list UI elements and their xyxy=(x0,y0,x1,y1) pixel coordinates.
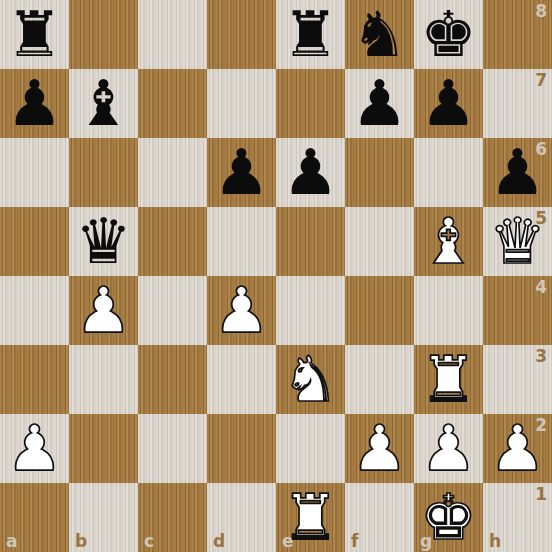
file-label-d: d xyxy=(213,531,225,551)
black-bishop[interactable]: ♝ xyxy=(75,69,131,138)
white-king[interactable]: ♚ xyxy=(420,483,476,552)
square-g5[interactable]: ♝ xyxy=(414,207,483,276)
square-b7[interactable]: ♝ xyxy=(69,69,138,138)
white-knight[interactable]: ♞ xyxy=(282,345,338,414)
square-g8[interactable]: ♚ xyxy=(414,0,483,69)
black-pawn[interactable]: ♟ xyxy=(351,69,407,138)
square-h8[interactable]: 8 xyxy=(483,0,552,69)
square-h4[interactable]: 4 xyxy=(483,276,552,345)
square-a4[interactable] xyxy=(0,276,69,345)
rank-label-7: 7 xyxy=(535,70,547,90)
square-d3[interactable] xyxy=(207,345,276,414)
square-e4[interactable] xyxy=(276,276,345,345)
square-f6[interactable] xyxy=(345,138,414,207)
square-d5[interactable] xyxy=(207,207,276,276)
black-king[interactable]: ♚ xyxy=(420,0,476,69)
square-e5[interactable] xyxy=(276,207,345,276)
white-rook[interactable]: ♜ xyxy=(282,483,338,552)
square-d2[interactable] xyxy=(207,414,276,483)
square-b8[interactable] xyxy=(69,0,138,69)
file-label-h: h xyxy=(489,531,501,551)
square-c4[interactable] xyxy=(138,276,207,345)
square-b4[interactable]: ♟ xyxy=(69,276,138,345)
square-a5[interactable] xyxy=(0,207,69,276)
square-b2[interactable] xyxy=(69,414,138,483)
white-pawn[interactable]: ♟ xyxy=(489,414,545,483)
file-label-b: b xyxy=(75,531,87,551)
square-h1[interactable]: 1h xyxy=(483,483,552,552)
rank-label-1: 1 xyxy=(535,484,547,504)
white-pawn[interactable]: ♟ xyxy=(351,414,407,483)
rank-label-4: 4 xyxy=(535,277,547,297)
square-g2[interactable]: ♟ xyxy=(414,414,483,483)
square-f7[interactable]: ♟ xyxy=(345,69,414,138)
square-h7[interactable]: 7 xyxy=(483,69,552,138)
square-c2[interactable] xyxy=(138,414,207,483)
white-rook[interactable]: ♜ xyxy=(420,345,476,414)
square-c3[interactable] xyxy=(138,345,207,414)
square-a2[interactable]: ♟ xyxy=(0,414,69,483)
square-h3[interactable]: 3 xyxy=(483,345,552,414)
black-pawn[interactable]: ♟ xyxy=(6,69,62,138)
white-pawn[interactable]: ♟ xyxy=(6,414,62,483)
black-rook[interactable]: ♜ xyxy=(282,0,338,69)
square-h6[interactable]: 6♟ xyxy=(483,138,552,207)
square-f5[interactable] xyxy=(345,207,414,276)
square-e6[interactable]: ♟ xyxy=(276,138,345,207)
square-a7[interactable]: ♟ xyxy=(0,69,69,138)
black-pawn[interactable]: ♟ xyxy=(420,69,476,138)
square-b5[interactable]: ♛ xyxy=(69,207,138,276)
square-f1[interactable]: f xyxy=(345,483,414,552)
square-b6[interactable] xyxy=(69,138,138,207)
square-c7[interactable] xyxy=(138,69,207,138)
white-pawn[interactable]: ♟ xyxy=(420,414,476,483)
square-f3[interactable] xyxy=(345,345,414,414)
white-bishop[interactable]: ♝ xyxy=(420,207,476,276)
black-pawn[interactable]: ♟ xyxy=(489,138,545,207)
square-d6[interactable]: ♟ xyxy=(207,138,276,207)
square-a8[interactable]: ♜ xyxy=(0,0,69,69)
file-label-f: f xyxy=(351,531,358,551)
square-f8[interactable]: ♞ xyxy=(345,0,414,69)
square-d4[interactable]: ♟ xyxy=(207,276,276,345)
black-rook[interactable]: ♜ xyxy=(6,0,62,69)
rank-label-3: 3 xyxy=(535,346,547,366)
square-c1[interactable]: c xyxy=(138,483,207,552)
square-g1[interactable]: g♚ xyxy=(414,483,483,552)
white-pawn[interactable]: ♟ xyxy=(213,276,269,345)
black-pawn[interactable]: ♟ xyxy=(282,138,338,207)
square-e3[interactable]: ♞ xyxy=(276,345,345,414)
square-g6[interactable] xyxy=(414,138,483,207)
square-e8[interactable]: ♜ xyxy=(276,0,345,69)
square-b1[interactable]: b xyxy=(69,483,138,552)
square-c8[interactable] xyxy=(138,0,207,69)
square-g3[interactable]: ♜ xyxy=(414,345,483,414)
chess-board: ♜♜♞♚8♟♝♟♟7♟♟6♟♛♝5♛♟♟4♞♜3♟♟♟2♟abcde♜fg♚1h xyxy=(0,0,552,552)
black-pawn[interactable]: ♟ xyxy=(213,138,269,207)
white-pawn[interactable]: ♟ xyxy=(75,276,131,345)
white-queen[interactable]: ♛ xyxy=(489,207,545,276)
file-label-a: a xyxy=(6,531,17,551)
rank-label-8: 8 xyxy=(535,1,547,21)
square-f2[interactable]: ♟ xyxy=(345,414,414,483)
square-c5[interactable] xyxy=(138,207,207,276)
black-knight[interactable]: ♞ xyxy=(351,0,407,69)
black-queen[interactable]: ♛ xyxy=(75,207,131,276)
square-c6[interactable] xyxy=(138,138,207,207)
square-d1[interactable]: d xyxy=(207,483,276,552)
file-label-c: c xyxy=(144,531,154,551)
square-e2[interactable] xyxy=(276,414,345,483)
square-e7[interactable] xyxy=(276,69,345,138)
square-d8[interactable] xyxy=(207,0,276,69)
square-d7[interactable] xyxy=(207,69,276,138)
square-b3[interactable] xyxy=(69,345,138,414)
square-a3[interactable] xyxy=(0,345,69,414)
square-e1[interactable]: e♜ xyxy=(276,483,345,552)
square-g7[interactable]: ♟ xyxy=(414,69,483,138)
square-h2[interactable]: 2♟ xyxy=(483,414,552,483)
square-f4[interactable] xyxy=(345,276,414,345)
square-a6[interactable] xyxy=(0,138,69,207)
square-a1[interactable]: a xyxy=(0,483,69,552)
square-h5[interactable]: 5♛ xyxy=(483,207,552,276)
square-g4[interactable] xyxy=(414,276,483,345)
